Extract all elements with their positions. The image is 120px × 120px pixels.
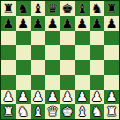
square-d8[interactable]: ♛	[45, 1, 60, 16]
square-d5[interactable]	[45, 45, 60, 60]
square-h2[interactable]: ♟	[104, 90, 119, 105]
square-d6[interactable]	[45, 31, 60, 46]
white-bishop: ♝	[32, 105, 44, 118]
square-h8[interactable]: ♜	[104, 1, 119, 16]
square-h3[interactable]	[104, 75, 119, 90]
square-c1[interactable]: ♝	[31, 104, 46, 119]
square-a1[interactable]: ♜	[1, 104, 16, 119]
square-b3[interactable]	[16, 75, 31, 90]
square-d2[interactable]: ♟	[45, 90, 60, 105]
square-b6[interactable]	[16, 31, 31, 46]
white-rook: ♜	[3, 105, 15, 118]
white-pawn: ♟	[32, 90, 44, 103]
white-pawn: ♟	[106, 90, 118, 103]
square-g3[interactable]	[90, 75, 105, 90]
square-h1[interactable]: ♜	[104, 104, 119, 119]
square-g4[interactable]	[90, 60, 105, 75]
square-h4[interactable]	[104, 60, 119, 75]
square-e4[interactable]	[60, 60, 75, 75]
square-d3[interactable]	[45, 75, 60, 90]
white-pawn: ♟	[76, 90, 88, 103]
white-pawn: ♟	[17, 90, 29, 103]
square-b2[interactable]: ♟	[16, 90, 31, 105]
square-e3[interactable]	[60, 75, 75, 90]
square-f3[interactable]	[75, 75, 90, 90]
square-e5[interactable]	[60, 45, 75, 60]
black-pawn: ♟	[47, 16, 59, 29]
black-pawn: ♟	[76, 16, 88, 29]
square-a4[interactable]	[1, 60, 16, 75]
square-c3[interactable]	[31, 75, 46, 90]
square-f2[interactable]: ♟	[75, 90, 90, 105]
white-pawn: ♟	[47, 90, 59, 103]
square-d1[interactable]: ♛	[45, 104, 60, 119]
square-g1[interactable]: ♞	[90, 104, 105, 119]
black-pawn: ♟	[62, 16, 74, 29]
square-e1[interactable]: ♚	[60, 104, 75, 119]
black-rook: ♜	[3, 1, 15, 14]
white-queen: ♛	[47, 105, 59, 118]
black-queen: ♛	[47, 1, 59, 14]
square-b1[interactable]: ♞	[16, 104, 31, 119]
square-g7[interactable]: ♟	[90, 16, 105, 31]
square-f4[interactable]	[75, 60, 90, 75]
square-d4[interactable]	[45, 60, 60, 75]
black-knight: ♞	[91, 1, 103, 14]
white-pawn: ♟	[91, 90, 103, 103]
white-pawn: ♟	[62, 90, 74, 103]
square-f1[interactable]: ♝	[75, 104, 90, 119]
square-c8[interactable]: ♝	[31, 1, 46, 16]
square-b5[interactable]	[16, 45, 31, 60]
square-b7[interactable]: ♟	[16, 16, 31, 31]
square-a3[interactable]	[1, 75, 16, 90]
square-c2[interactable]: ♟	[31, 90, 46, 105]
black-pawn: ♟	[32, 16, 44, 29]
square-c4[interactable]	[31, 60, 46, 75]
square-c5[interactable]	[31, 45, 46, 60]
black-knight: ♞	[17, 1, 29, 14]
black-pawn: ♟	[106, 16, 118, 29]
black-bishop: ♝	[76, 1, 88, 14]
black-pawn: ♟	[3, 16, 15, 29]
square-g5[interactable]	[90, 45, 105, 60]
square-h6[interactable]	[104, 31, 119, 46]
black-bishop: ♝	[32, 1, 44, 14]
square-g6[interactable]	[90, 31, 105, 46]
square-a5[interactable]	[1, 45, 16, 60]
white-rook: ♜	[106, 105, 118, 118]
square-h7[interactable]: ♟	[104, 16, 119, 31]
square-a6[interactable]	[1, 31, 16, 46]
square-d7[interactable]: ♟	[45, 16, 60, 31]
square-f8[interactable]: ♝	[75, 1, 90, 16]
white-knight: ♞	[91, 105, 103, 118]
white-pawn: ♟	[3, 90, 15, 103]
square-f6[interactable]	[75, 31, 90, 46]
square-a2[interactable]: ♟	[1, 90, 16, 105]
square-e8[interactable]: ♚	[60, 1, 75, 16]
black-rook: ♜	[106, 1, 118, 14]
black-king: ♚	[62, 1, 74, 14]
square-e6[interactable]	[60, 31, 75, 46]
square-c6[interactable]	[31, 31, 46, 46]
black-pawn: ♟	[17, 16, 29, 29]
square-e2[interactable]: ♟	[60, 90, 75, 105]
square-b4[interactable]	[16, 60, 31, 75]
white-king: ♚	[62, 105, 74, 118]
square-f7[interactable]: ♟	[75, 16, 90, 31]
square-g2[interactable]: ♟	[90, 90, 105, 105]
square-c7[interactable]: ♟	[31, 16, 46, 31]
white-knight: ♞	[17, 105, 29, 118]
white-bishop: ♝	[76, 105, 88, 118]
black-pawn: ♟	[91, 16, 103, 29]
square-h5[interactable]	[104, 45, 119, 60]
chess-board: ♜♞♝♛♚♝♞♜♟♟♟♟♟♟♟♟♟♟♟♟♟♟♟♟♜♞♝♛♚♝♞♜	[0, 0, 120, 120]
square-a8[interactable]: ♜	[1, 1, 16, 16]
square-a7[interactable]: ♟	[1, 16, 16, 31]
square-g8[interactable]: ♞	[90, 1, 105, 16]
square-b8[interactable]: ♞	[16, 1, 31, 16]
square-f5[interactable]	[75, 45, 90, 60]
square-e7[interactable]: ♟	[60, 16, 75, 31]
